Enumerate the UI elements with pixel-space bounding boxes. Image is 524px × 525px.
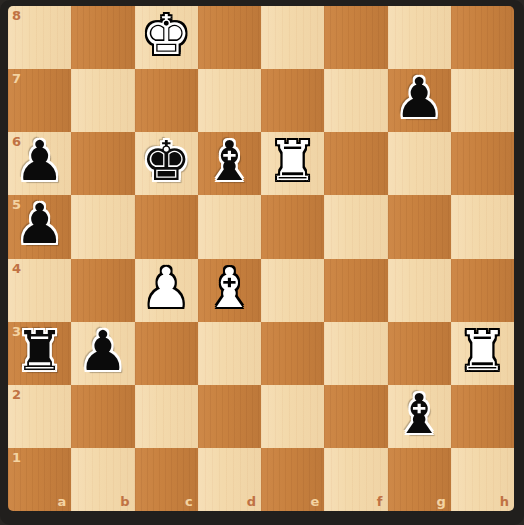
black-pawn-b3[interactable]: ♟ [78,324,127,379]
square-h1[interactable]: h [451,448,514,511]
square-d2[interactable] [198,385,261,448]
square-f1[interactable]: f [324,448,387,511]
square-e2[interactable] [261,385,324,448]
file-label-f: f [377,495,383,508]
black-pawn-a6[interactable]: ♟ [15,134,64,189]
square-h2[interactable] [451,385,514,448]
square-e4[interactable] [261,259,324,322]
square-g3[interactable] [388,322,451,385]
square-f7[interactable] [324,69,387,132]
square-b3[interactable]: ♟ [71,322,134,385]
square-b5[interactable] [71,195,134,258]
square-d8[interactable] [198,6,261,69]
square-d4[interactable]: ♝ [198,259,261,322]
file-label-g: g [436,495,445,508]
rank-label-1: 1 [12,451,21,464]
black-king-c6[interactable]: ♚ [141,134,190,189]
square-d7[interactable] [198,69,261,132]
square-g7[interactable]: ♟ [388,69,451,132]
square-e8[interactable] [261,6,324,69]
file-label-b: b [120,495,129,508]
square-a8[interactable]: 8 [8,6,71,69]
white-pawn-c4[interactable]: ♟ [141,261,190,316]
square-f8[interactable] [324,6,387,69]
file-label-a: a [57,495,66,508]
square-h5[interactable] [451,195,514,258]
file-label-c: c [185,495,193,508]
file-label-h: h [500,495,509,508]
black-rook-a3[interactable]: ♜ [15,324,64,379]
square-c8[interactable]: ♚ [135,6,198,69]
square-g2[interactable]: ♝ [388,385,451,448]
square-e6[interactable]: ♜ [261,132,324,195]
square-g4[interactable] [388,259,451,322]
square-d1[interactable]: d [198,448,261,511]
square-c2[interactable] [135,385,198,448]
square-b7[interactable] [71,69,134,132]
square-e7[interactable] [261,69,324,132]
white-bishop-d4[interactable]: ♝ [205,261,254,316]
square-a2[interactable]: 2 [8,385,71,448]
square-a5[interactable]: 5♟ [8,195,71,258]
square-g5[interactable] [388,195,451,258]
square-c4[interactable]: ♟ [135,259,198,322]
rank-label-4: 4 [12,262,21,275]
square-g1[interactable]: g [388,448,451,511]
file-label-d: d [247,495,256,508]
rank-label-8: 8 [12,9,21,22]
square-f3[interactable] [324,322,387,385]
square-a7[interactable]: 7 [8,69,71,132]
square-g6[interactable] [388,132,451,195]
square-a6[interactable]: 6♟ [8,132,71,195]
square-f4[interactable] [324,259,387,322]
black-bishop-g2[interactable]: ♝ [394,387,443,442]
square-e5[interactable] [261,195,324,258]
square-a4[interactable]: 4 [8,259,71,322]
square-h8[interactable] [451,6,514,69]
board-frame: 8♚7♟6♟♚♝♜5♟4♟♝3♜♟♜2♝1abcdefgh [0,0,524,525]
square-a1[interactable]: 1a [8,448,71,511]
white-king-c8[interactable]: ♚ [141,8,190,63]
square-b6[interactable] [71,132,134,195]
black-pawn-g7[interactable]: ♟ [394,71,443,126]
square-e3[interactable] [261,322,324,385]
file-label-e: e [310,495,319,508]
rank-label-7: 7 [12,72,21,85]
square-d3[interactable] [198,322,261,385]
square-e1[interactable]: e [261,448,324,511]
white-rook-h3[interactable]: ♜ [458,324,507,379]
square-c5[interactable] [135,195,198,258]
square-f5[interactable] [324,195,387,258]
square-h3[interactable]: ♜ [451,322,514,385]
white-rook-e6[interactable]: ♜ [268,134,317,189]
square-h4[interactable] [451,259,514,322]
square-h7[interactable] [451,69,514,132]
square-c6[interactable]: ♚ [135,132,198,195]
black-bishop-d6[interactable]: ♝ [205,134,254,189]
square-g8[interactable] [388,6,451,69]
square-c7[interactable] [135,69,198,132]
square-d6[interactable]: ♝ [198,132,261,195]
square-b8[interactable] [71,6,134,69]
rank-label-2: 2 [12,388,21,401]
square-d5[interactable] [198,195,261,258]
square-c1[interactable]: c [135,448,198,511]
square-a3[interactable]: 3♜ [8,322,71,385]
square-f2[interactable] [324,385,387,448]
square-b1[interactable]: b [71,448,134,511]
chess-board: 8♚7♟6♟♚♝♜5♟4♟♝3♜♟♜2♝1abcdefgh [8,6,514,511]
square-h6[interactable] [451,132,514,195]
square-c3[interactable] [135,322,198,385]
black-pawn-a5[interactable]: ♟ [15,197,64,252]
square-f6[interactable] [324,132,387,195]
square-b4[interactable] [71,259,134,322]
square-b2[interactable] [71,385,134,448]
